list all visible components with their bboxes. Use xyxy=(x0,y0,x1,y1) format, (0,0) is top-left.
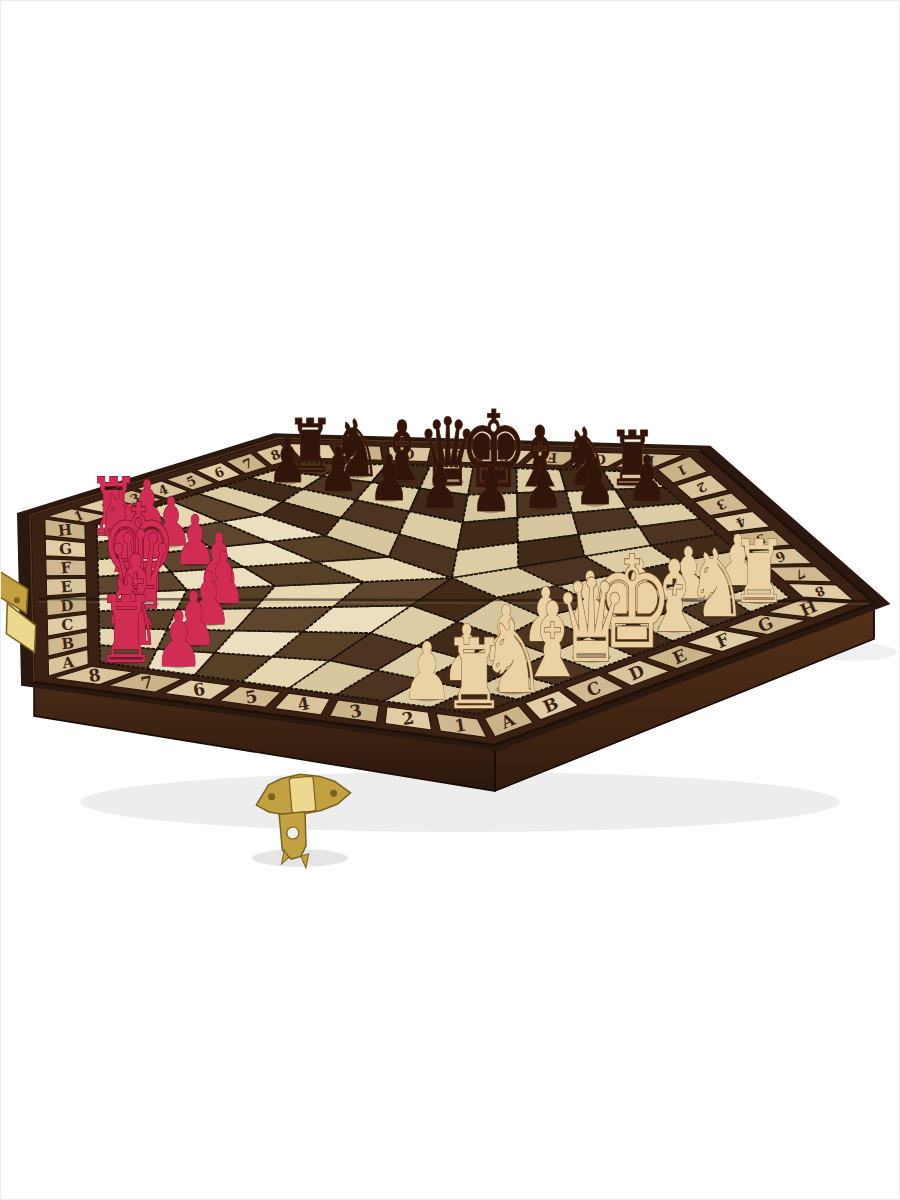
rim-label: C xyxy=(60,615,74,634)
svg-text:♟: ♟ xyxy=(523,448,564,523)
rim-label: A xyxy=(61,653,76,672)
rim-label: H xyxy=(57,521,73,540)
product-photo-three-player-chess: ABCDEFGH12345678ABCDEFGH12345678HGFEDCBA… xyxy=(0,0,900,1200)
dark-piece-p-file2-rank2: ♟ xyxy=(318,432,358,505)
svg-text:♜: ♜ xyxy=(96,576,156,684)
svg-text:♟: ♟ xyxy=(369,441,410,514)
dark-piece-p-file1-rank2: ♟ xyxy=(268,425,308,497)
dark-piece-p-file4-rank2: ♟ xyxy=(419,449,460,524)
rim-label: B xyxy=(61,634,75,653)
svg-text:♟: ♟ xyxy=(268,425,308,497)
red-piece-p-file1-rank2: ♟ xyxy=(154,595,203,685)
dark-piece-p-file3-rank2: ♟ xyxy=(369,441,410,514)
svg-text:♜: ♜ xyxy=(443,619,505,731)
red-piece-r-file1-rank1: ♜ xyxy=(96,576,156,684)
light-piece-r-file1-rank1: ♜ xyxy=(443,619,505,731)
dark-piece-p-file5-rank2: ♟ xyxy=(471,451,512,526)
dark-piece-p-file7-rank2: ♟ xyxy=(575,446,616,519)
svg-text:♟: ♟ xyxy=(419,449,460,524)
svg-text:♟: ♟ xyxy=(627,442,668,515)
svg-text:♟: ♟ xyxy=(471,451,512,526)
svg-text:♟: ♟ xyxy=(318,432,358,505)
three-player-chess-board: ABCDEFGH12345678ABCDEFGH12345678HGFEDCBA… xyxy=(0,0,900,1200)
dark-piece-p-file6-rank2: ♟ xyxy=(523,448,564,523)
svg-text:♟: ♟ xyxy=(575,446,616,519)
rim-label: G xyxy=(58,540,73,559)
dark-piece-p-file8-rank2: ♟ xyxy=(627,442,668,515)
svg-text:♟: ♟ xyxy=(154,595,203,685)
rim-label: E xyxy=(60,577,73,596)
